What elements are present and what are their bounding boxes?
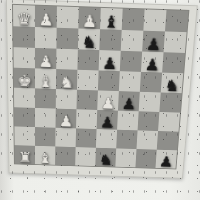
square-e6[interactable]: ♟ [99, 50, 121, 71]
piece-white-queen: ♛ [16, 9, 31, 29]
piece-black-knight: ♞ [164, 76, 180, 95]
square-e5[interactable] [98, 70, 120, 91]
square-a6[interactable] [13, 47, 34, 68]
piece-black-pawn: ♟ [158, 153, 173, 170]
square-d3[interactable] [76, 109, 97, 129]
square-h5[interactable]: ♞ [161, 73, 184, 94]
square-d1[interactable] [75, 147, 96, 166]
piece-black-pawn: ♟ [144, 55, 160, 74]
square-b8[interactable]: ♟ [35, 6, 57, 28]
square-f6[interactable] [120, 51, 142, 72]
square-c8[interactable] [57, 6, 79, 28]
square-e2[interactable] [96, 129, 117, 148]
square-a8[interactable]: ♛ [13, 5, 35, 27]
square-f4[interactable]: ♟ [118, 91, 140, 111]
square-e7[interactable] [99, 29, 121, 51]
piece-white-pawn: ♟ [38, 10, 53, 30]
piece-white-pawn: ♟ [100, 94, 115, 112]
piece-black-knight: ♞ [98, 151, 113, 168]
square-h7[interactable] [164, 31, 187, 53]
square-c6[interactable] [56, 49, 78, 70]
square-b3[interactable] [35, 108, 56, 128]
square-d5[interactable] [77, 70, 99, 91]
piece-black-bishop: ♝ [103, 12, 119, 32]
piece-white-knight: ♞ [59, 73, 74, 92]
photo-background: ♛♟♟♝♞♟♟♟♟♚♝♞♞♟♟♟♟♜♝♞♟ [0, 0, 200, 200]
square-h8[interactable] [165, 10, 188, 32]
square-f8[interactable] [122, 9, 145, 31]
piece-black-pawn: ♟ [102, 54, 117, 73]
square-g7[interactable]: ♟ [142, 31, 165, 53]
square-c3[interactable]: ♟ [56, 109, 77, 129]
square-g4[interactable] [139, 92, 161, 112]
piece-white-bishop: ♝ [38, 72, 53, 91]
square-f2[interactable] [116, 130, 137, 149]
square-d6[interactable] [77, 49, 99, 70]
square-h3[interactable] [158, 112, 180, 132]
square-a4[interactable] [14, 88, 35, 108]
square-h1[interactable]: ♟ [155, 150, 177, 169]
square-b2[interactable] [35, 127, 56, 146]
square-b1[interactable]: ♝ [35, 146, 55, 165]
square-g5[interactable] [140, 72, 162, 93]
square-f7[interactable] [121, 30, 144, 52]
square-a5[interactable]: ♚ [14, 68, 35, 89]
square-h2[interactable] [157, 131, 179, 150]
piece-white-king: ♚ [17, 71, 32, 90]
square-h6[interactable] [162, 52, 185, 73]
square-g6[interactable]: ♟ [141, 52, 164, 73]
piece-black-pawn: ♟ [145, 35, 161, 54]
square-e8[interactable]: ♝ [100, 8, 123, 30]
square-d2[interactable] [76, 128, 97, 147]
square-b4[interactable] [35, 88, 56, 108]
piece-black-pawn: ♟ [100, 114, 115, 132]
square-f5[interactable] [119, 71, 141, 92]
square-a7[interactable] [13, 26, 35, 48]
square-a2[interactable] [14, 126, 35, 145]
square-d4[interactable] [76, 90, 97, 110]
square-g2[interactable] [136, 130, 158, 149]
square-d7[interactable]: ♞ [78, 28, 100, 50]
piece-white-rook: ♜ [18, 149, 32, 166]
piece-white-pawn: ♟ [38, 52, 53, 71]
piece-black-pawn: ♟ [121, 95, 136, 113]
square-f3[interactable] [117, 111, 139, 131]
square-f1[interactable] [115, 148, 136, 167]
piece-white-pawn: ♟ [59, 112, 74, 130]
chess-board: ♛♟♟♝♞♟♟♟♟♚♝♞♞♟♟♟♟♜♝♞♟ [6, 0, 198, 179]
square-e1[interactable]: ♞ [95, 148, 116, 167]
square-g8[interactable] [143, 9, 166, 31]
square-g3[interactable] [138, 111, 160, 131]
square-b6[interactable]: ♟ [35, 48, 56, 69]
square-h4[interactable] [159, 92, 181, 112]
square-a1[interactable]: ♜ [15, 145, 35, 164]
square-c5[interactable]: ♞ [56, 69, 77, 90]
square-g1[interactable] [135, 149, 156, 168]
square-b5[interactable]: ♝ [35, 68, 56, 89]
square-e4[interactable]: ♟ [97, 90, 119, 110]
square-b7[interactable] [35, 27, 57, 49]
piece-white-pawn: ♟ [82, 11, 98, 31]
square-c2[interactable] [55, 128, 76, 147]
square-c4[interactable] [56, 89, 77, 109]
square-d8[interactable]: ♟ [78, 7, 100, 29]
square-c7[interactable] [56, 28, 78, 50]
piece-white-bishop: ♝ [38, 149, 52, 166]
board-grid: ♛♟♟♝♞♟♟♟♟♚♝♞♞♟♟♟♟♜♝♞♟ [12, 4, 189, 170]
square-c1[interactable] [55, 146, 76, 165]
piece-black-knight: ♞ [81, 32, 96, 51]
square-e3[interactable]: ♟ [97, 110, 118, 130]
square-a3[interactable] [14, 107, 35, 127]
